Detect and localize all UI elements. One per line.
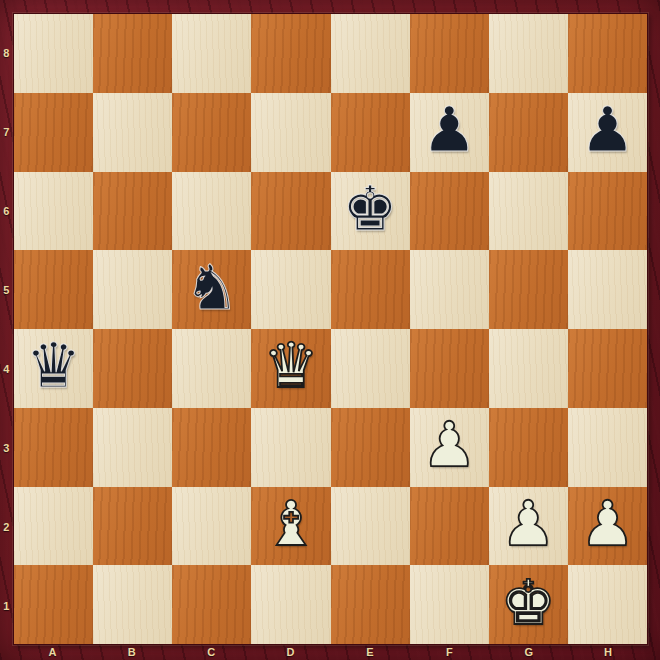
square-b1[interactable]	[93, 565, 172, 644]
square-e7[interactable]	[331, 93, 410, 172]
square-e1[interactable]	[331, 565, 410, 644]
square-e8[interactable]	[331, 14, 410, 93]
square-h1[interactable]	[568, 565, 647, 644]
file-label-f: F	[410, 644, 489, 660]
square-g5[interactable]	[489, 250, 568, 329]
piece-white-pawn[interactable]: ♟	[421, 414, 477, 476]
square-b7[interactable]	[93, 93, 172, 172]
square-a2[interactable]	[14, 487, 93, 566]
square-c4[interactable]	[172, 329, 251, 408]
file-label-e: E	[331, 644, 410, 660]
rank-label-7: 7	[0, 92, 13, 171]
piece-black-king[interactable]: ♚	[342, 178, 398, 240]
square-g4[interactable]	[489, 329, 568, 408]
square-d7[interactable]	[251, 93, 330, 172]
chess-board: ♟♟♚♞♛♛♟♝♟♟♚	[13, 13, 648, 645]
square-h2[interactable]: ♟	[568, 487, 647, 566]
square-a7[interactable]	[14, 93, 93, 172]
square-a1[interactable]	[14, 565, 93, 644]
rank-labels: 87654321	[0, 13, 13, 645]
square-f5[interactable]	[410, 250, 489, 329]
file-label-c: C	[172, 644, 251, 660]
square-b5[interactable]	[93, 250, 172, 329]
rank-label-3: 3	[0, 408, 13, 487]
square-d8[interactable]	[251, 14, 330, 93]
rank-label-4: 4	[0, 329, 13, 408]
square-f1[interactable]	[410, 565, 489, 644]
square-f3[interactable]: ♟	[410, 408, 489, 487]
square-d4[interactable]: ♛	[251, 329, 330, 408]
square-b2[interactable]	[93, 487, 172, 566]
square-e6[interactable]: ♚	[331, 172, 410, 251]
square-a8[interactable]	[14, 14, 93, 93]
square-d2[interactable]: ♝	[251, 487, 330, 566]
square-g3[interactable]	[489, 408, 568, 487]
rank-label-5: 5	[0, 250, 13, 329]
square-g7[interactable]	[489, 93, 568, 172]
square-h4[interactable]	[568, 329, 647, 408]
rank-label-6: 6	[0, 171, 13, 250]
square-f8[interactable]	[410, 14, 489, 93]
square-e2[interactable]	[331, 487, 410, 566]
square-c7[interactable]	[172, 93, 251, 172]
square-f7[interactable]: ♟	[410, 93, 489, 172]
chess-board-frame: 87654321 ♟♟♚♞♛♛♟♝♟♟♚ ABCDEFGH	[0, 0, 660, 660]
square-h6[interactable]	[568, 172, 647, 251]
square-g1[interactable]: ♚	[489, 565, 568, 644]
file-label-d: D	[251, 644, 330, 660]
square-a3[interactable]	[14, 408, 93, 487]
square-b8[interactable]	[93, 14, 172, 93]
square-h3[interactable]	[568, 408, 647, 487]
square-h7[interactable]: ♟	[568, 93, 647, 172]
square-e4[interactable]	[331, 329, 410, 408]
square-d3[interactable]	[251, 408, 330, 487]
square-c1[interactable]	[172, 565, 251, 644]
square-b3[interactable]	[93, 408, 172, 487]
square-f6[interactable]	[410, 172, 489, 251]
piece-white-bishop[interactable]: ♝	[263, 493, 319, 555]
piece-white-pawn[interactable]: ♟	[580, 493, 636, 555]
square-d5[interactable]	[251, 250, 330, 329]
square-e5[interactable]	[331, 250, 410, 329]
square-b4[interactable]	[93, 329, 172, 408]
square-d6[interactable]	[251, 172, 330, 251]
piece-white-queen[interactable]: ♛	[263, 335, 319, 397]
piece-black-queen[interactable]: ♛	[26, 335, 82, 397]
square-c8[interactable]	[172, 14, 251, 93]
file-label-h: H	[569, 644, 648, 660]
rank-label-1: 1	[0, 566, 13, 645]
square-g6[interactable]	[489, 172, 568, 251]
square-c3[interactable]	[172, 408, 251, 487]
file-label-b: B	[92, 644, 171, 660]
square-d1[interactable]	[251, 565, 330, 644]
square-e3[interactable]	[331, 408, 410, 487]
rank-label-2: 2	[0, 487, 13, 566]
square-f2[interactable]	[410, 487, 489, 566]
square-c2[interactable]	[172, 487, 251, 566]
square-b6[interactable]	[93, 172, 172, 251]
piece-white-pawn[interactable]: ♟	[501, 493, 557, 555]
square-c6[interactable]	[172, 172, 251, 251]
square-a4[interactable]: ♛	[14, 329, 93, 408]
square-a5[interactable]	[14, 250, 93, 329]
square-g8[interactable]	[489, 14, 568, 93]
piece-black-pawn[interactable]: ♟	[421, 99, 477, 161]
file-labels: ABCDEFGH	[13, 644, 648, 660]
rank-label-8: 8	[0, 13, 13, 92]
square-h5[interactable]	[568, 250, 647, 329]
square-g2[interactable]: ♟	[489, 487, 568, 566]
piece-black-knight[interactable]: ♞	[184, 257, 240, 319]
square-a6[interactable]	[14, 172, 93, 251]
square-c5[interactable]: ♞	[172, 250, 251, 329]
piece-white-king[interactable]: ♚	[501, 572, 557, 634]
file-label-a: A	[13, 644, 92, 660]
file-label-g: G	[489, 644, 568, 660]
piece-black-pawn[interactable]: ♟	[580, 99, 636, 161]
square-f4[interactable]	[410, 329, 489, 408]
square-h8[interactable]	[568, 14, 647, 93]
